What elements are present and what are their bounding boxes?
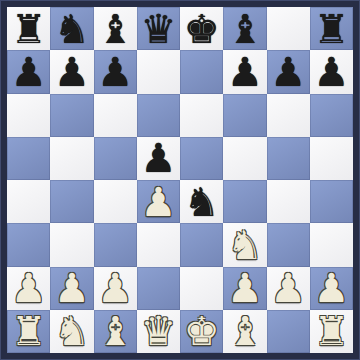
black-knight-piece: ♞ (54, 9, 90, 49)
square-g6[interactable] (267, 94, 310, 137)
square-h7[interactable]: ♟ (310, 50, 353, 93)
square-b1[interactable]: ♞ (50, 310, 93, 353)
white-pawn-piece: ♟ (270, 268, 306, 308)
square-g1[interactable] (267, 310, 310, 353)
square-e3[interactable] (180, 223, 223, 266)
square-h5[interactable] (310, 137, 353, 180)
square-f4[interactable] (223, 180, 266, 223)
black-pawn-piece: ♟ (97, 52, 133, 92)
black-pawn-piece: ♟ (227, 52, 263, 92)
square-d4[interactable]: ♟ (137, 180, 180, 223)
square-g5[interactable] (267, 137, 310, 180)
black-king-piece: ♚ (184, 9, 220, 49)
square-d5[interactable]: ♟ (137, 137, 180, 180)
square-c7[interactable]: ♟ (94, 50, 137, 93)
square-h6[interactable] (310, 94, 353, 137)
square-d6[interactable] (137, 94, 180, 137)
square-h1[interactable]: ♜ (310, 310, 353, 353)
square-e8[interactable]: ♚ (180, 7, 223, 50)
square-b6[interactable] (50, 94, 93, 137)
black-pawn-piece: ♟ (54, 52, 90, 92)
square-g4[interactable] (267, 180, 310, 223)
square-g2[interactable]: ♟ (267, 267, 310, 310)
white-queen-piece: ♛ (140, 311, 176, 351)
square-b3[interactable] (50, 223, 93, 266)
square-e2[interactable] (180, 267, 223, 310)
square-f8[interactable]: ♝ (223, 7, 266, 50)
square-c4[interactable] (94, 180, 137, 223)
square-b5[interactable] (50, 137, 93, 180)
square-f6[interactable] (223, 94, 266, 137)
white-pawn-piece: ♟ (313, 268, 349, 308)
black-rook-piece: ♜ (313, 9, 349, 49)
square-f2[interactable]: ♟ (223, 267, 266, 310)
black-rook-piece: ♜ (11, 9, 47, 49)
square-c3[interactable] (94, 223, 137, 266)
square-h8[interactable]: ♜ (310, 7, 353, 50)
square-f3[interactable]: ♞ (223, 223, 266, 266)
square-a4[interactable] (7, 180, 50, 223)
white-pawn-piece: ♟ (227, 268, 263, 308)
square-e4[interactable]: ♞ (180, 180, 223, 223)
white-bishop-piece: ♝ (227, 311, 263, 351)
square-a3[interactable] (7, 223, 50, 266)
square-c2[interactable]: ♟ (94, 267, 137, 310)
white-bishop-piece: ♝ (97, 311, 133, 351)
black-pawn-piece: ♟ (140, 138, 176, 178)
white-pawn-piece: ♟ (54, 268, 90, 308)
square-b7[interactable]: ♟ (50, 50, 93, 93)
square-a5[interactable] (7, 137, 50, 180)
square-f7[interactable]: ♟ (223, 50, 266, 93)
black-bishop-piece: ♝ (97, 9, 133, 49)
square-a1[interactable]: ♜ (7, 310, 50, 353)
square-h3[interactable] (310, 223, 353, 266)
black-pawn-piece: ♟ (11, 52, 47, 92)
square-e6[interactable] (180, 94, 223, 137)
white-rook-piece: ♜ (11, 311, 47, 351)
square-h2[interactable]: ♟ (310, 267, 353, 310)
square-b8[interactable]: ♞ (50, 7, 93, 50)
square-e7[interactable] (180, 50, 223, 93)
square-f1[interactable]: ♝ (223, 310, 266, 353)
square-d1[interactable]: ♛ (137, 310, 180, 353)
square-c6[interactable] (94, 94, 137, 137)
square-g8[interactable] (267, 7, 310, 50)
square-a2[interactable]: ♟ (7, 267, 50, 310)
square-g3[interactable] (267, 223, 310, 266)
chess-board: ♜♞♝♛♚♝♜♟♟♟♟♟♟♟♟♞♞♟♟♟♟♟♟♜♞♝♛♚♝♜ (0, 0, 360, 360)
square-b2[interactable]: ♟ (50, 267, 93, 310)
square-c8[interactable]: ♝ (94, 7, 137, 50)
square-h4[interactable] (310, 180, 353, 223)
square-e1[interactable]: ♚ (180, 310, 223, 353)
square-c1[interactable]: ♝ (94, 310, 137, 353)
white-knight-piece: ♞ (54, 311, 90, 351)
square-d8[interactable]: ♛ (137, 7, 180, 50)
black-pawn-piece: ♟ (313, 52, 349, 92)
black-pawn-piece: ♟ (270, 52, 306, 92)
black-knight-piece: ♞ (184, 182, 220, 222)
white-pawn-piece: ♟ (97, 268, 133, 308)
square-f5[interactable] (223, 137, 266, 180)
square-g7[interactable]: ♟ (267, 50, 310, 93)
square-a8[interactable]: ♜ (7, 7, 50, 50)
white-pawn-piece: ♟ (140, 182, 176, 222)
white-knight-piece: ♞ (227, 225, 263, 265)
square-e5[interactable] (180, 137, 223, 180)
square-a6[interactable] (7, 94, 50, 137)
white-rook-piece: ♜ (313, 311, 349, 351)
square-d7[interactable] (137, 50, 180, 93)
white-pawn-piece: ♟ (11, 268, 47, 308)
square-a7[interactable]: ♟ (7, 50, 50, 93)
square-d3[interactable] (137, 223, 180, 266)
square-c5[interactable] (94, 137, 137, 180)
white-king-piece: ♚ (184, 311, 220, 351)
black-queen-piece: ♛ (140, 9, 176, 49)
black-bishop-piece: ♝ (227, 9, 263, 49)
square-d2[interactable] (137, 267, 180, 310)
square-b4[interactable] (50, 180, 93, 223)
